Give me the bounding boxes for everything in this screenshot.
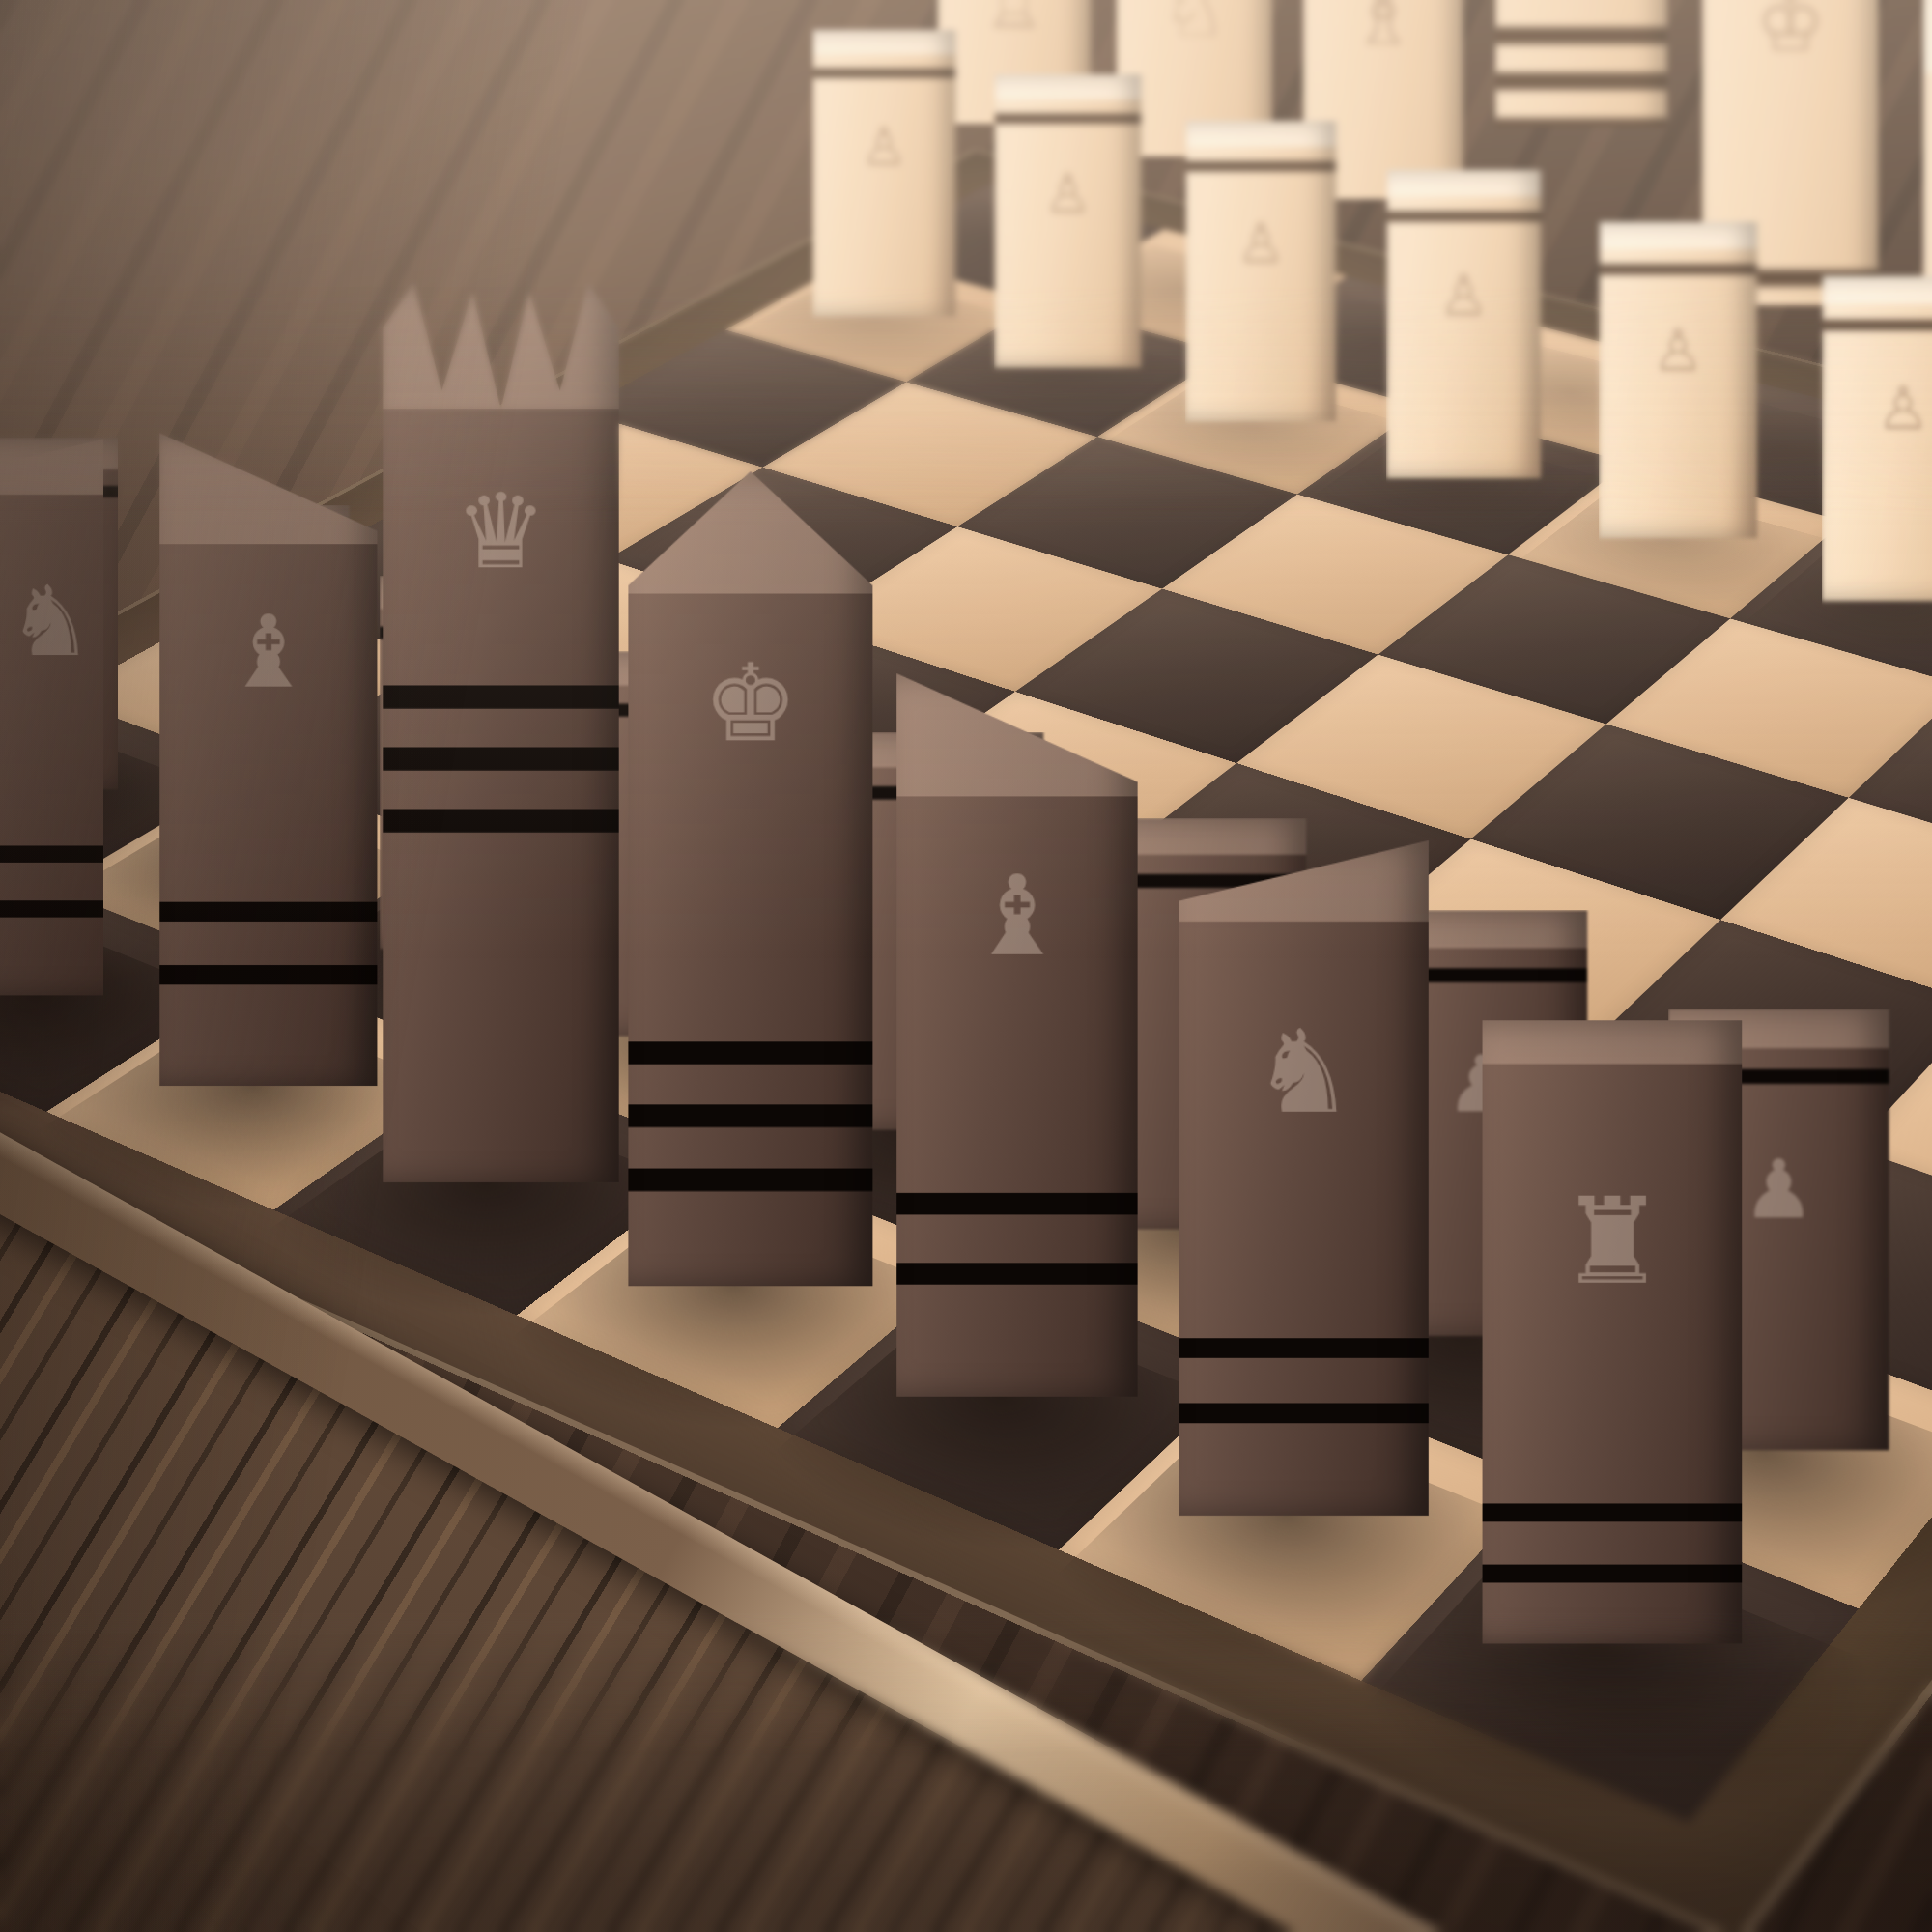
- black-bishop-glyph: ♝: [159, 603, 377, 703]
- white-bishop-glyph: ♗: [1303, 0, 1464, 56]
- black-bishop-glyph: ♝: [896, 862, 1138, 973]
- white-pawn-glyph: ♙: [1822, 380, 1932, 440]
- white-pawn-glyph: ♙: [812, 121, 956, 173]
- white-king-glyph: ♔: [1701, 0, 1879, 63]
- white-pawn-glyph: ♙: [1599, 323, 1757, 381]
- white-pawn-glyph: ♙: [1185, 216, 1336, 271]
- piece-white-pawn-d2: ♙: [1387, 169, 1542, 478]
- white-pawn-glyph: ♙: [994, 168, 1141, 222]
- black-knight-glyph: ♞: [0, 575, 156, 671]
- black-knight-glyph: ♞: [1179, 1016, 1429, 1131]
- piece-black-queen-d8: ♛: [383, 283, 618, 1182]
- black-king-glyph: ♚: [628, 651, 872, 758]
- piece-black-knight-g8: ♞: [1179, 840, 1429, 1516]
- white-pawn-glyph: ♙: [1387, 269, 1542, 326]
- piece-black-bishop-c8: ♝: [159, 433, 377, 1086]
- white-bishop-glyph: ♗: [1922, 120, 1932, 200]
- black-queen-glyph: ♛: [383, 481, 618, 584]
- square-g4: [1720, 798, 1932, 1006]
- piece-black-bishop-f8: ♝: [896, 673, 1138, 1397]
- white-rook-glyph: ♖: [937, 0, 1091, 40]
- piece-white-pawn-b2: ♙: [994, 73, 1141, 367]
- piece-white-pawn-f2: ♙: [1822, 275, 1932, 601]
- piece-white-pawn-c2: ♙: [1185, 120, 1336, 421]
- black-rook-glyph: ♜: [1483, 1182, 1743, 1302]
- chess-photo: ♖♘♗♕♔♗♘♖♙♙♙♙♙♙♙♙♟♟♟♟♟♟♟♟♜♞♝♛♚♝♞♜: [0, 0, 1932, 1932]
- piece-black-rook-h8: ♜: [1483, 1021, 1743, 1644]
- piece-white-pawn-a2: ♙: [812, 29, 956, 316]
- white-knight-glyph: ♘: [1116, 0, 1273, 47]
- piece-black-knight-b8: ♞: [0, 426, 156, 995]
- piece-white-pawn-e2: ♙: [1599, 221, 1757, 538]
- piece-black-king-e8: ♚: [628, 471, 872, 1286]
